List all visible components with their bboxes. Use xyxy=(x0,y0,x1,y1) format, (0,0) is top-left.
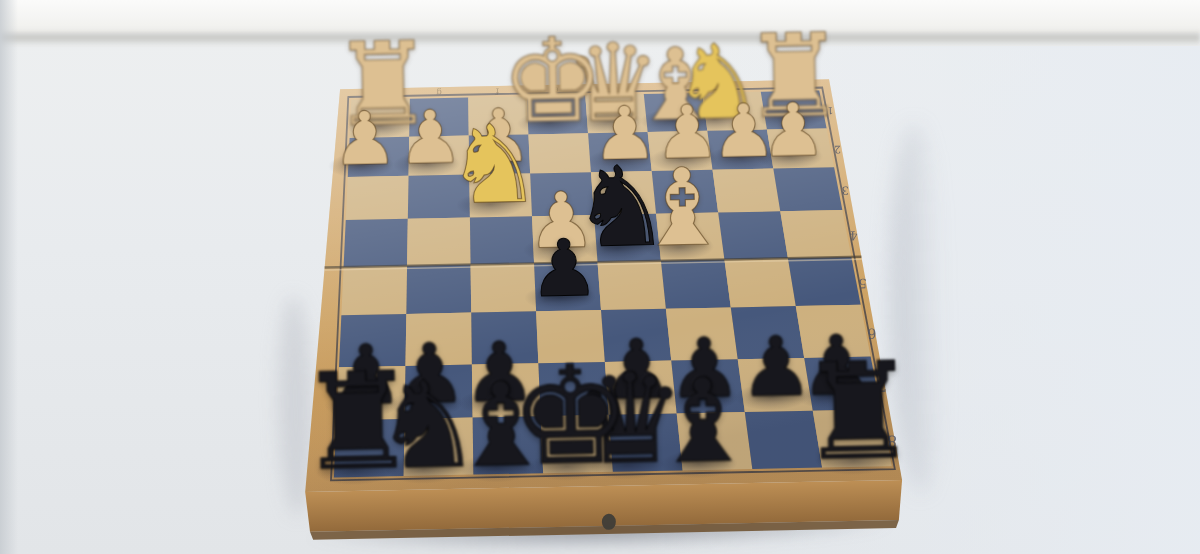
piece-black-rook-a8[interactable]: ♜ xyxy=(797,344,919,480)
chessboard: 12345678hgfedcba ♜♞♝♛♚♜♟♟♟♟♟♟♟♞♝♟♞♟♟♟♟♟♟… xyxy=(0,0,1200,554)
rank-label-3: 3 xyxy=(842,183,849,196)
piece-black-pawn-e5[interactable]: ♟ xyxy=(528,229,600,309)
rank-label-2: 2 xyxy=(834,144,841,156)
piece-black-rook-h8[interactable]: ♜ xyxy=(297,354,419,490)
piece-white-pawn-h2[interactable]: ♟ xyxy=(331,102,398,177)
window-sill-scene: 12345678hgfedcba ♜♞♝♛♚♜♟♟♟♟♟♟♟♞♝♟♞♟♟♟♟♟♟… xyxy=(0,0,1200,554)
rank-label-4: 4 xyxy=(849,228,857,242)
rank-label-5: 5 xyxy=(858,276,867,291)
